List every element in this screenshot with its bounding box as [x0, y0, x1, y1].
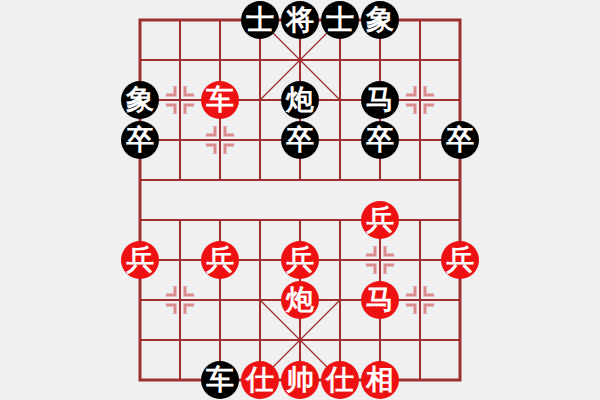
piece-red-pawn[interactable]: 兵	[441, 241, 479, 279]
piece-red-pawn[interactable]: 兵	[281, 241, 319, 279]
piece-red-pawn[interactable]: 兵	[201, 241, 239, 279]
piece-black-pawn[interactable]: 卒	[281, 121, 319, 159]
piece-black-pawn[interactable]: 卒	[441, 121, 479, 159]
piece-red-advisor[interactable]: 仕	[241, 361, 279, 399]
piece-black-elephant[interactable]: 象	[361, 1, 399, 39]
piece-black-elephant[interactable]: 象	[121, 81, 159, 119]
piece-red-pawn[interactable]: 兵	[121, 241, 159, 279]
piece-black-chariot[interactable]: 车	[201, 361, 239, 399]
piece-red-horse[interactable]: 马	[361, 281, 399, 319]
piece-black-pawn[interactable]: 卒	[361, 121, 399, 159]
piece-red-advisor[interactable]: 仕	[321, 361, 359, 399]
xiangqi-app: 士将士象象炮马卒卒卒卒车车兵兵兵兵兵炮马仕帅仕相	[0, 0, 600, 400]
piece-red-general[interactable]: 帅	[281, 361, 319, 399]
piece-red-elephant[interactable]: 相	[361, 361, 399, 399]
piece-black-horse[interactable]: 马	[361, 81, 399, 119]
piece-black-general[interactable]: 将	[281, 1, 319, 39]
piece-black-cannon[interactable]: 炮	[281, 81, 319, 119]
piece-red-chariot[interactable]: 车	[201, 81, 239, 119]
piece-black-advisor[interactable]: 士	[321, 1, 359, 39]
piece-black-advisor[interactable]: 士	[241, 1, 279, 39]
pieces-layer: 士将士象象炮马卒卒卒卒车车兵兵兵兵兵炮马仕帅仕相	[0, 0, 600, 400]
piece-black-pawn[interactable]: 卒	[121, 121, 159, 159]
piece-red-cannon[interactable]: 炮	[281, 281, 319, 319]
piece-red-pawn[interactable]: 兵	[361, 201, 399, 239]
